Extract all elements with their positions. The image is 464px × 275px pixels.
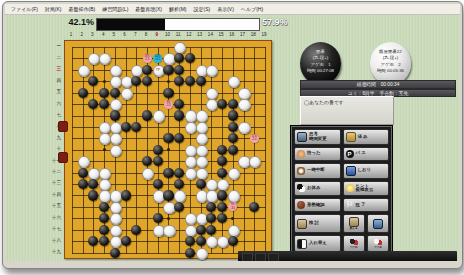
black-stone — [110, 248, 120, 258]
row-label-四: 四 — [47, 78, 61, 83]
black-stone — [131, 76, 141, 86]
black-stone — [206, 202, 216, 212]
col-label-17: 17 — [238, 32, 248, 37]
menu-item-6[interactable]: 設定(S) — [194, 6, 211, 12]
col-label-8: 8 — [141, 32, 151, 37]
black-stone — [174, 179, 184, 189]
black-stone — [228, 133, 238, 143]
button-ヒント候補表示[interactable]: ヒント 候補表示 — [343, 181, 390, 197]
black-stone — [110, 88, 120, 98]
black-stone — [99, 236, 109, 246]
black-stone — [228, 99, 238, 109]
bookmark-icon — [346, 166, 356, 176]
col-label-11: 11 — [173, 32, 183, 37]
small-button-6-1[interactable]: アゲ石 — [367, 235, 389, 252]
menu-item-8[interactable]: ヘルプ(H) — [241, 6, 263, 12]
black-stone — [99, 88, 109, 98]
main-area: 42.1% 57.9% !?19%-1.542%+0.58%-1.511%-2.… — [5, 15, 460, 261]
row-label-十二: 十二 — [47, 169, 61, 174]
candidate-marker-pink: 11%-2.0 — [250, 134, 259, 143]
white-stone — [206, 88, 218, 100]
nav-button-1[interactable] — [242, 253, 253, 261]
black-stone — [78, 168, 88, 178]
white-stone — [121, 88, 133, 100]
white-stone — [228, 225, 240, 237]
col-label-10: 10 — [163, 32, 173, 37]
grid-line-h — [72, 253, 266, 254]
candidate-marker-pink: 8%-1.5 — [164, 100, 173, 109]
button-一時中断[interactable]: 一時中断 — [294, 163, 341, 179]
white-stone — [110, 202, 122, 214]
col-label-7: 7 — [130, 32, 140, 37]
hoshi-point — [103, 80, 106, 83]
hoshi-point — [103, 148, 106, 151]
white-stone — [99, 168, 111, 180]
white-stone — [228, 76, 240, 88]
white-stone — [196, 145, 208, 157]
bowl-ic-icon — [297, 201, 305, 209]
row-label-九: 九 — [47, 135, 61, 140]
small-button-5-1[interactable] — [367, 214, 389, 233]
white-stone — [228, 190, 240, 202]
black-stone — [217, 213, 227, 223]
white-stone — [196, 248, 208, 260]
abacus-icon — [297, 219, 307, 229]
white-stone — [174, 190, 186, 202]
black-stone — [110, 110, 120, 120]
row-label-十四: 十四 — [47, 192, 61, 197]
black-stone — [206, 213, 216, 223]
white-stone — [163, 225, 175, 237]
black-stone — [228, 145, 238, 155]
black-stone — [196, 179, 206, 189]
black-stone — [217, 168, 227, 178]
white-stone — [110, 213, 122, 225]
white-stone — [110, 133, 122, 145]
row-label-十九: 十九 — [47, 249, 61, 254]
white-flag-icon: ⚐ — [346, 201, 354, 209]
board-small-icon — [373, 219, 383, 229]
menu-item-2[interactable]: 碁盤操作(B) — [69, 6, 96, 12]
bw-square-icon — [297, 239, 307, 249]
white-stone — [78, 156, 90, 168]
black-stone — [217, 145, 227, 155]
col-label-9: 9 — [152, 32, 162, 37]
black-stone — [217, 156, 227, 166]
col-label-3: 3 — [87, 32, 97, 37]
white-stone — [206, 65, 218, 77]
bottom-status-bar — [238, 251, 457, 261]
button-split-6: アゲ石アゲ石 — [343, 235, 390, 252]
button-思考時間変更[interactable]: 思考 時間変更 — [294, 129, 341, 145]
white-player-line-3: 時間 00:05:36 — [370, 68, 411, 74]
black-stone — [174, 76, 184, 86]
black-stone — [249, 202, 259, 212]
black-stone — [99, 202, 109, 212]
white-stone — [196, 168, 208, 180]
black-stone — [228, 236, 238, 246]
black-stone — [121, 236, 131, 246]
hoshi-point — [231, 217, 234, 220]
black-stone — [206, 225, 216, 235]
white-stone — [142, 168, 154, 180]
black-stone — [174, 202, 184, 212]
white-stone — [174, 42, 186, 54]
stone-bowl-bottom — [58, 152, 68, 163]
grid-line-h — [72, 161, 266, 162]
menu-item-7[interactable]: 表示(V) — [217, 6, 234, 12]
button-形勢確認[interactable]: 形勢確認 — [294, 198, 341, 212]
white-stone — [78, 65, 90, 77]
menu-bar: ファイル(F)対局(K)碁盤操作(B)練習問題(L)碁盤再現(X)解析(M)設定… — [5, 4, 460, 15]
black-stone — [163, 65, 173, 75]
black-stone — [99, 99, 109, 109]
col-label-6: 6 — [120, 32, 130, 37]
row-label-三: 三 — [47, 66, 61, 71]
menu-item-0[interactable]: ファイル(F) — [11, 6, 38, 12]
button-パス[interactable]: Pパ ス — [343, 147, 390, 161]
black-stone — [88, 99, 98, 109]
black-stone — [174, 168, 184, 178]
col-label-19: 19 — [259, 32, 269, 37]
black-stone — [163, 190, 173, 200]
grid-line-v — [244, 47, 245, 254]
black-stone — [153, 145, 163, 155]
col-label-15: 15 — [216, 32, 226, 37]
row-label-七: 七 — [47, 112, 61, 117]
row-label-十六: 十六 — [47, 215, 61, 220]
white-player-stone: 銀星囲碁22(九 段+)アゲ石 2時間 00:05:36 — [370, 42, 411, 85]
black-stone — [217, 99, 227, 109]
small-button-5-0[interactable]: 数える — [343, 214, 365, 233]
hoshi-point — [167, 148, 170, 151]
menu-item-4[interactable]: 碁盤再現(X) — [135, 6, 162, 12]
menu-item-1[interactable]: 対局(K) — [45, 6, 62, 12]
row-label-十八: 十八 — [47, 238, 61, 243]
black-stone — [78, 88, 88, 98]
black-stone — [142, 76, 152, 86]
black-stone — [185, 236, 195, 246]
winrate-black-fill — [97, 19, 165, 30]
white-stone — [153, 110, 165, 122]
white-stone — [110, 145, 122, 157]
black-stone — [185, 76, 195, 86]
white-stone — [99, 179, 111, 191]
button-しおり[interactable]: しおり — [343, 163, 390, 179]
hand-icon — [297, 150, 305, 158]
white-stone — [238, 99, 250, 111]
button-入れ替え[interactable]: 入れ替え — [294, 235, 341, 252]
black-stone — [185, 248, 195, 258]
black-stone — [217, 202, 227, 212]
lightbulb-icon — [346, 184, 354, 192]
menu-item-3[interactable]: 練習問題(L) — [102, 6, 128, 12]
coffee-cup-icon — [297, 167, 305, 175]
white-stone — [196, 110, 208, 122]
col-label-18: 18 — [248, 32, 258, 37]
black-stone — [174, 99, 184, 109]
winrate-black-label: 42.1% — [58, 16, 94, 28]
stones-icon — [297, 184, 305, 192]
row-label-十: 十 — [47, 146, 61, 151]
nav-button-3[interactable] — [268, 253, 279, 261]
candidate-marker-cyan: 42%+0.5 — [153, 54, 162, 63]
col-label-16: 16 — [227, 32, 237, 37]
black-stones-icon — [350, 238, 358, 246]
black-stone — [131, 225, 141, 235]
nav-button-2[interactable] — [255, 253, 266, 261]
black-stone — [217, 190, 227, 200]
button-済み[interactable]: 済 み — [343, 129, 390, 145]
white-stone — [110, 65, 122, 77]
black-stone — [174, 110, 184, 120]
white-stone — [110, 225, 122, 237]
black-stone — [185, 53, 195, 63]
black-stone — [88, 76, 98, 86]
button-split-5: 数える — [343, 214, 390, 233]
button-お休み[interactable]: お休み — [294, 181, 341, 197]
small-button-6-0[interactable]: アゲ石 — [343, 235, 365, 252]
black-stone — [131, 122, 141, 132]
button-grid: 思考 時間変更済 み待ったPパ ス一時中断しおりお休みヒント 候補表示形勢確認⚐… — [291, 126, 392, 255]
winrate-white-label: 57.9% — [262, 16, 302, 28]
black-stone — [99, 213, 109, 223]
row-label-十五: 十五 — [47, 203, 61, 208]
button-投了[interactable]: ⚐投 了 — [343, 198, 390, 212]
black-stone — [228, 122, 238, 132]
hoshi-point — [167, 80, 170, 83]
col-label-12: 12 — [184, 32, 194, 37]
col-label-1: 1 — [66, 32, 76, 37]
col-label-5: 5 — [109, 32, 119, 37]
white-stone — [196, 122, 208, 134]
black-stone — [174, 65, 184, 75]
black-stone — [228, 110, 238, 120]
row-label-十七: 十七 — [47, 226, 61, 231]
hoshi-point — [167, 217, 170, 220]
monitor-icon — [297, 132, 307, 142]
go-board[interactable]: !?19%-1.542%+0.58%-1.511%-2.09%-3.5 — [64, 40, 272, 259]
black-stone — [196, 225, 206, 235]
row-label-一: 一 — [47, 43, 61, 48]
white-stone — [217, 179, 229, 191]
candidate-marker-pink: 9%-3.5 — [228, 202, 237, 211]
black-player-stone: 囲碁(九 段+)アゲ石 1時間 00:27:08 — [300, 42, 341, 85]
pass-p-icon: P — [346, 150, 354, 158]
black-stone — [174, 133, 184, 143]
black-stone — [153, 213, 163, 223]
white-stone — [249, 156, 261, 168]
black-stone — [153, 179, 163, 189]
turn-message: ◯あなたの番です — [304, 100, 344, 105]
black-stone — [174, 53, 184, 63]
black-stone — [142, 65, 152, 75]
candidate-marker-pink: 19%-1.5 — [143, 54, 152, 63]
white-stones-icon — [374, 238, 382, 246]
screenshot-stage: ファイル(F)対局(K)碁盤操作(B)練習問題(L)碁盤再現(X)解析(M)設定… — [0, 0, 464, 275]
row-label-五: 五 — [47, 89, 61, 94]
black-stone — [88, 190, 98, 200]
black-stone — [153, 156, 163, 166]
black-stone — [163, 133, 173, 143]
col-label-13: 13 — [195, 32, 205, 37]
white-stone — [238, 88, 250, 100]
black-stone — [142, 110, 152, 120]
board-arrow-icon — [346, 132, 356, 142]
row-label-二: 二 — [47, 55, 61, 60]
stone-bowl-top — [58, 121, 68, 132]
black-stone — [88, 236, 98, 246]
white-stone — [228, 168, 240, 180]
row-label-十三: 十三 — [47, 180, 61, 185]
black-stone — [88, 179, 98, 189]
abacus-icon — [349, 217, 359, 227]
col-label-14: 14 — [205, 32, 215, 37]
menu-item-5[interactable]: 解析(M) — [169, 6, 187, 12]
button-検討[interactable]: 検 討 — [294, 214, 341, 233]
row-label-六: 六 — [47, 101, 61, 106]
black-stone — [121, 122, 131, 132]
white-stone — [110, 99, 122, 111]
grid-line-v — [265, 47, 266, 254]
black-stone — [196, 236, 206, 246]
white-stone — [196, 133, 208, 145]
black-stone — [121, 190, 131, 200]
button-待った[interactable]: 待った — [294, 147, 341, 161]
turn-info-box: ◯あなたの番です — [300, 96, 394, 125]
black-stone — [196, 76, 206, 86]
elapsed-time-bar: 経過時間 00:00:34 — [300, 80, 456, 89]
white-stone — [196, 156, 208, 168]
black-player-line-3: 時間 00:27:08 — [300, 68, 341, 74]
black-stone — [99, 225, 109, 235]
black-stone — [78, 179, 88, 189]
grid-line-v — [254, 47, 255, 254]
col-label-4: 4 — [98, 32, 108, 37]
app-window: ファイル(F)対局(K)碁盤操作(B)練習問題(L)碁盤再現(X)解析(M)設定… — [2, 1, 463, 269]
white-stone — [99, 53, 111, 65]
black-stone — [142, 156, 152, 166]
black-stone — [163, 88, 173, 98]
col-label-2: 2 — [77, 32, 87, 37]
white-stone — [238, 122, 250, 134]
black-stone — [163, 168, 173, 178]
last-move-annotation: !? — [153, 65, 163, 75]
winrate-bar — [96, 18, 260, 31]
